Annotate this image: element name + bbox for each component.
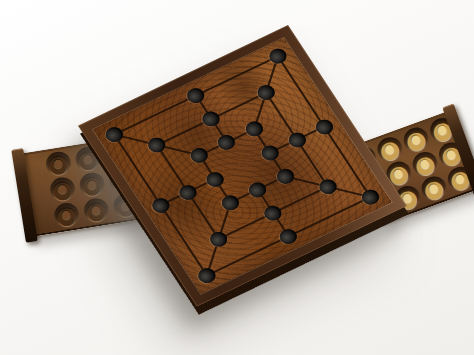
board-point-a7[interactable]	[266, 46, 289, 66]
dark-piece[interactable]: ●●	[84, 198, 107, 224]
board-point-d3[interactable]	[204, 169, 227, 189]
dark-piece[interactable]: ●●	[50, 177, 73, 203]
board-points-layer	[93, 38, 392, 294]
board-point-d7[interactable]	[313, 117, 336, 137]
board-point-b2[interactable]	[145, 135, 168, 155]
dark-piece-cup: ●●	[52, 201, 80, 229]
dark-piece-knob: ●	[56, 183, 67, 195]
dark-piece-knob: ●	[90, 204, 101, 216]
board-point-f4[interactable]	[262, 203, 285, 223]
board-point-f6[interactable]	[316, 177, 339, 197]
board-point-d1[interactable]	[149, 195, 172, 215]
board-point-e4[interactable]	[246, 179, 269, 199]
light-piece-knob: ●	[444, 147, 457, 161]
dark-piece-knob: ●	[82, 152, 93, 164]
dark-piece-knob: ●	[52, 157, 63, 169]
dark-piece[interactable]: ●●	[80, 172, 103, 198]
light-piece-knob: ●	[453, 172, 466, 186]
light-piece-knob: ●	[409, 132, 422, 146]
dark-piece-knob: ●	[86, 178, 97, 190]
photo-scene: ●●●●●●●●●●●●●●●●●●●●●●●● ●●●●●●●●●●●●●●●…	[0, 0, 474, 355]
board-point-d2[interactable]	[176, 182, 199, 202]
light-piece-knob: ●	[392, 166, 405, 180]
light-piece-knob: ●	[435, 123, 448, 137]
board-point-g1[interactable]	[195, 266, 218, 286]
board-point-e5[interactable]	[273, 166, 296, 186]
board-point-g7[interactable]	[359, 187, 382, 207]
burl-playing-surface	[93, 38, 392, 294]
dark-piece[interactable]: ●●	[54, 202, 77, 228]
light-piece-cup: ●●	[418, 173, 450, 204]
light-piece-knob: ●	[418, 157, 431, 171]
light-piece[interactable]: ●●	[420, 174, 447, 202]
board-point-a4[interactable]	[185, 85, 208, 105]
board-point-e3[interactable]	[219, 192, 242, 212]
board-point-c3[interactable]	[188, 145, 211, 165]
board-point-d5[interactable]	[258, 143, 281, 163]
board-point-a1[interactable]	[103, 125, 126, 145]
light-piece-knob: ●	[383, 142, 396, 156]
light-piece-knob: ●	[427, 181, 440, 195]
dark-piece[interactable]: ●●	[46, 151, 69, 177]
morris-board	[78, 25, 407, 307]
dark-piece-cup: ●●	[82, 197, 110, 225]
dark-piece-cup: ●●	[78, 171, 106, 199]
dark-piece-cup: ●●	[44, 150, 72, 178]
board-point-d6[interactable]	[285, 130, 308, 150]
board-point-c4[interactable]	[215, 132, 238, 152]
board-point-b6[interactable]	[254, 83, 277, 103]
board-point-g4[interactable]	[277, 226, 300, 246]
board-point-b4[interactable]	[200, 109, 223, 129]
dark-piece-cup: ●●	[48, 176, 76, 204]
board-point-f2[interactable]	[207, 229, 230, 249]
board-point-c5[interactable]	[243, 119, 266, 139]
dark-piece-knob: ●	[60, 208, 71, 220]
